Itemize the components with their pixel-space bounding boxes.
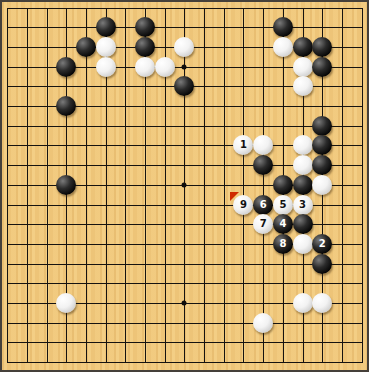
stone-white[interactable] (293, 155, 313, 175)
move-number-label: 7 (260, 219, 267, 229)
stone-black-move-6[interactable]: 6 (253, 195, 273, 215)
grid-line-horizontal (7, 362, 362, 363)
stone-black-move-2[interactable]: 2 (312, 234, 332, 254)
stone-white[interactable] (96, 37, 116, 57)
stone-black[interactable] (76, 37, 96, 57)
grid-line-horizontal (7, 342, 362, 343)
move-number-label: 8 (279, 239, 286, 249)
grid-line-vertical (243, 8, 244, 364)
stone-black[interactable] (273, 17, 293, 37)
stone-white[interactable] (273, 37, 293, 57)
stone-black[interactable] (312, 37, 332, 57)
grid-line-vertical (263, 8, 264, 364)
move-number-label: 1 (240, 140, 247, 150)
stone-white[interactable] (293, 234, 313, 254)
move-number-label: 5 (279, 200, 286, 210)
stone-white[interactable] (312, 293, 332, 313)
grid-line-horizontal (7, 283, 362, 284)
stone-black[interactable] (312, 254, 332, 274)
grid-line-vertical (342, 8, 343, 364)
grid-line-vertical (362, 8, 363, 364)
stone-white-move-1[interactable]: 1 (233, 135, 253, 155)
stone-black[interactable] (293, 214, 313, 234)
stone-white[interactable] (155, 57, 175, 77)
stone-black[interactable] (56, 96, 76, 116)
move-number-label: 6 (260, 200, 267, 210)
stone-black[interactable] (312, 135, 332, 155)
stone-white[interactable] (293, 135, 313, 155)
stone-black[interactable] (174, 76, 194, 96)
stone-white[interactable] (56, 293, 76, 313)
move-number-label: 3 (299, 200, 306, 210)
move-number-label: 9 (240, 200, 247, 210)
stone-black[interactable] (273, 175, 293, 195)
stone-black[interactable] (253, 155, 273, 175)
stone-black[interactable] (135, 17, 155, 37)
stone-white[interactable] (293, 293, 313, 313)
grid-line-horizontal (7, 323, 362, 324)
stone-white[interactable] (174, 37, 194, 57)
stone-black[interactable] (312, 57, 332, 77)
stone-black[interactable] (312, 116, 332, 136)
star-point (182, 64, 187, 69)
stone-black[interactable] (56, 175, 76, 195)
stone-white[interactable] (135, 57, 155, 77)
screenshot-stage: 196537482 (0, 0, 369, 372)
move-number-label: 2 (319, 239, 326, 249)
stone-black[interactable] (135, 37, 155, 57)
stone-white[interactable] (253, 313, 273, 333)
stone-black[interactable] (56, 57, 76, 77)
stone-black[interactable] (293, 37, 313, 57)
stone-black-move-4[interactable]: 4 (273, 214, 293, 234)
grid-line-horizontal (7, 264, 362, 265)
stone-black-move-8[interactable]: 8 (273, 234, 293, 254)
stone-white-move-5[interactable]: 5 (273, 195, 293, 215)
grid-line-vertical (224, 8, 225, 364)
grid-line-vertical (204, 8, 205, 364)
stone-black[interactable] (312, 155, 332, 175)
stone-black[interactable] (293, 175, 313, 195)
stone-white[interactable] (293, 76, 313, 96)
stone-white[interactable] (253, 135, 273, 155)
stone-white[interactable] (96, 57, 116, 77)
stone-white-move-7[interactable]: 7 (253, 214, 273, 234)
stone-white[interactable] (293, 57, 313, 77)
stone-black[interactable] (96, 17, 116, 37)
star-point (182, 182, 187, 187)
stone-white[interactable] (312, 175, 332, 195)
go-board[interactable]: 196537482 (0, 0, 369, 372)
star-point (182, 301, 187, 306)
red-triangle-marker (230, 192, 239, 201)
move-number-label: 4 (279, 219, 286, 229)
stone-white-move-3[interactable]: 3 (293, 195, 313, 215)
